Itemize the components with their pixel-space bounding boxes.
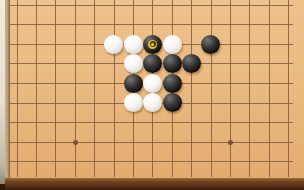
- board-grid: [7, 0, 298, 190]
- stone-white: [124, 93, 143, 112]
- stone-white: [104, 35, 123, 54]
- stone-black: [143, 35, 162, 54]
- stone-white: [124, 54, 143, 73]
- last-move-marker-icon: [148, 40, 157, 49]
- stone-black: [163, 74, 182, 93]
- stone-black: [201, 35, 220, 54]
- stone-white: [124, 35, 143, 54]
- stone-white: [143, 93, 162, 112]
- stone-white: [143, 74, 162, 93]
- stone-black: [163, 93, 182, 112]
- star-point: [228, 140, 233, 145]
- board-front-edge: [5, 178, 304, 190]
- stone-black: [124, 74, 143, 93]
- gomoku-board[interactable]: [10, 0, 304, 178]
- stone-white: [163, 35, 182, 54]
- stone-black: [163, 54, 182, 73]
- star-point: [73, 140, 78, 145]
- gomoku-game-screen: [0, 0, 304, 190]
- stone-black: [182, 54, 201, 73]
- stone-black: [143, 54, 162, 73]
